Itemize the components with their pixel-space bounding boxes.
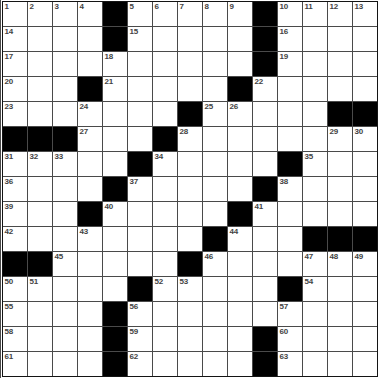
grid-cell[interactable] xyxy=(328,152,352,176)
black-square xyxy=(203,227,227,251)
black-square xyxy=(253,352,277,376)
grid-cell[interactable] xyxy=(203,302,227,326)
grid-cell[interactable]: 14 xyxy=(3,27,27,51)
black-square xyxy=(53,127,77,151)
grid-cell[interactable] xyxy=(178,302,202,326)
black-square xyxy=(328,102,352,126)
grid-cell[interactable] xyxy=(53,277,77,301)
grid-cell[interactable]: 23 xyxy=(3,102,27,126)
grid-cell[interactable] xyxy=(353,302,377,326)
clue-number: 47 xyxy=(305,252,313,262)
grid-cell[interactable] xyxy=(303,352,327,376)
grid-cell[interactable] xyxy=(303,77,327,101)
clue-number: 53 xyxy=(180,277,188,287)
grid-cell[interactable] xyxy=(128,227,152,251)
grid-cell[interactable]: 2 xyxy=(28,2,52,26)
grid-cell[interactable] xyxy=(28,227,52,251)
black-square xyxy=(3,252,27,276)
grid-cell[interactable] xyxy=(228,277,252,301)
black-square xyxy=(103,327,127,351)
black-square xyxy=(103,27,127,51)
grid-cell[interactable] xyxy=(328,202,352,226)
black-square xyxy=(78,77,102,101)
grid-cell[interactable] xyxy=(78,327,102,351)
grid-cell[interactable] xyxy=(328,302,352,326)
black-square xyxy=(28,127,52,151)
grid-cell[interactable]: 38 xyxy=(278,177,302,201)
grid-cell[interactable] xyxy=(78,277,102,301)
grid-cell[interactable]: 15 xyxy=(128,27,152,51)
grid-cell[interactable]: 10 xyxy=(278,2,302,26)
grid-cell[interactable] xyxy=(178,177,202,201)
grid-cell[interactable] xyxy=(353,352,377,376)
grid-cell[interactable]: 12 xyxy=(328,2,352,26)
grid-cell[interactable] xyxy=(53,202,77,226)
grid-cell[interactable] xyxy=(153,77,177,101)
black-square xyxy=(278,152,302,176)
grid-cell[interactable] xyxy=(178,327,202,351)
clue-number: 10 xyxy=(280,2,288,12)
grid-cell[interactable]: 58 xyxy=(3,327,27,351)
grid-cell[interactable] xyxy=(303,27,327,51)
grid-cell[interactable] xyxy=(153,352,177,376)
grid-cell[interactable] xyxy=(128,52,152,76)
clue-number: 36 xyxy=(5,177,13,187)
grid-cell[interactable] xyxy=(178,202,202,226)
clue-number: 1 xyxy=(5,2,9,12)
clue-number: 5 xyxy=(130,2,134,12)
grid-cell[interactable] xyxy=(278,77,302,101)
grid-cell[interactable] xyxy=(353,52,377,76)
black-square xyxy=(278,277,302,301)
grid-cell[interactable]: 61 xyxy=(3,352,27,376)
grid-cell[interactable] xyxy=(128,77,152,101)
grid-cell[interactable] xyxy=(103,127,127,151)
grid-cell[interactable]: 16 xyxy=(278,27,302,51)
grid-cell[interactable]: 18 xyxy=(103,52,127,76)
grid-cell[interactable] xyxy=(278,102,302,126)
clue-number: 62 xyxy=(130,352,138,362)
grid-cell[interactable]: 31 xyxy=(3,152,27,176)
grid-cell[interactable]: 46 xyxy=(203,252,227,276)
grid-cell[interactable] xyxy=(228,352,252,376)
clue-number: 17 xyxy=(5,52,13,62)
grid-cell[interactable] xyxy=(253,227,277,251)
clue-number: 51 xyxy=(30,277,38,287)
clue-number: 2 xyxy=(30,2,34,12)
grid-cell[interactable] xyxy=(28,302,52,326)
grid-cell[interactable] xyxy=(303,102,327,126)
black-square xyxy=(253,2,277,26)
grid-cell[interactable]: 11 xyxy=(303,2,327,26)
grid-cell[interactable]: 48 xyxy=(328,252,352,276)
clue-number: 8 xyxy=(205,2,209,12)
grid-cell[interactable] xyxy=(303,327,327,351)
clue-number: 15 xyxy=(130,27,138,37)
black-square xyxy=(228,202,252,226)
clue-number: 23 xyxy=(5,102,13,112)
grid-cell[interactable] xyxy=(203,152,227,176)
grid-cell[interactable] xyxy=(353,177,377,201)
clue-number: 57 xyxy=(280,302,288,312)
grid-cell[interactable] xyxy=(178,227,202,251)
grid-cell[interactable]: 54 xyxy=(303,277,327,301)
clue-number: 50 xyxy=(5,277,13,287)
black-square xyxy=(253,27,277,51)
grid-cell[interactable] xyxy=(78,152,102,176)
grid-cell[interactable]: 7 xyxy=(178,2,202,26)
grid-cell[interactable]: 33 xyxy=(53,152,77,176)
grid-cell[interactable] xyxy=(353,327,377,351)
grid-cell[interactable] xyxy=(78,177,102,201)
grid-cell[interactable] xyxy=(103,277,127,301)
grid-cell[interactable]: 19 xyxy=(278,52,302,76)
grid-cell[interactable]: 28 xyxy=(178,127,202,151)
grid-cell[interactable] xyxy=(278,227,302,251)
grid-cell[interactable] xyxy=(228,27,252,51)
clue-number: 31 xyxy=(5,152,13,162)
grid-cell[interactable] xyxy=(328,77,352,101)
grid-cell[interactable] xyxy=(153,202,177,226)
grid-cell[interactable] xyxy=(253,102,277,126)
clue-number: 22 xyxy=(255,77,263,87)
grid-cell[interactable] xyxy=(103,227,127,251)
grid-cell[interactable] xyxy=(153,327,177,351)
grid-cell[interactable]: 50 xyxy=(3,277,27,301)
clue-number: 29 xyxy=(330,127,338,137)
clue-number: 46 xyxy=(205,252,213,262)
grid-cell[interactable] xyxy=(228,52,252,76)
black-square xyxy=(328,227,352,251)
black-square xyxy=(128,152,152,176)
grid-cell[interactable] xyxy=(128,102,152,126)
grid-cell[interactable] xyxy=(353,152,377,176)
grid-cell[interactable] xyxy=(278,127,302,151)
clue-number: 52 xyxy=(155,277,163,287)
grid-cell[interactable]: 6 xyxy=(153,2,177,26)
grid-cell[interactable]: 37 xyxy=(128,177,152,201)
grid-cell[interactable] xyxy=(28,77,52,101)
grid-cell[interactable]: 53 xyxy=(178,277,202,301)
grid-cell[interactable] xyxy=(153,52,177,76)
black-square xyxy=(103,177,127,201)
grid-cell[interactable]: 39 xyxy=(3,202,27,226)
clue-number: 4 xyxy=(80,2,84,12)
grid-cell[interactable]: 29 xyxy=(328,127,352,151)
clue-number: 41 xyxy=(255,202,263,212)
grid-cell[interactable] xyxy=(328,27,352,51)
grid-cell[interactable]: 25 xyxy=(203,102,227,126)
grid-cell[interactable]: 9 xyxy=(228,2,252,26)
grid-cell[interactable] xyxy=(53,77,77,101)
clue-number: 54 xyxy=(305,277,313,287)
grid-cell[interactable] xyxy=(303,52,327,76)
crossword-board: 1234567891011121314151617181920212223242… xyxy=(0,0,380,380)
grid-cell[interactable] xyxy=(53,302,77,326)
grid-cell[interactable]: 20 xyxy=(3,77,27,101)
grid-cell[interactable] xyxy=(203,277,227,301)
crossword-grid: 1234567891011121314151617181920212223242… xyxy=(2,1,378,377)
grid-cell[interactable] xyxy=(328,277,352,301)
grid-cell[interactable]: 41 xyxy=(253,202,277,226)
black-square xyxy=(78,202,102,226)
clue-number: 9 xyxy=(230,2,234,12)
grid-cell[interactable] xyxy=(353,77,377,101)
grid-cell[interactable] xyxy=(78,252,102,276)
grid-cell[interactable] xyxy=(53,177,77,201)
grid-cell[interactable] xyxy=(203,27,227,51)
grid-cell[interactable] xyxy=(103,252,127,276)
grid-cell[interactable]: 32 xyxy=(28,152,52,176)
clue-number: 63 xyxy=(280,352,288,362)
clue-number: 6 xyxy=(155,2,159,12)
clue-number: 19 xyxy=(280,52,288,62)
grid-cell[interactable] xyxy=(303,177,327,201)
clue-number: 27 xyxy=(80,127,88,137)
clue-number: 25 xyxy=(205,102,213,112)
grid-cell[interactable]: 62 xyxy=(128,352,152,376)
grid-cell[interactable] xyxy=(278,252,302,276)
clue-number: 42 xyxy=(5,227,13,237)
clue-number: 38 xyxy=(280,177,288,187)
grid-cell[interactable] xyxy=(303,202,327,226)
clue-number: 39 xyxy=(5,202,13,212)
grid-cell[interactable]: 1 xyxy=(3,2,27,26)
grid-cell[interactable] xyxy=(128,202,152,226)
grid-cell[interactable] xyxy=(53,52,77,76)
grid-cell[interactable] xyxy=(353,27,377,51)
grid-cell[interactable] xyxy=(178,77,202,101)
grid-cell[interactable] xyxy=(28,102,52,126)
grid-cell[interactable] xyxy=(153,102,177,126)
grid-cell[interactable]: 59 xyxy=(128,327,152,351)
grid-cell[interactable]: 3 xyxy=(53,2,77,26)
grid-cell[interactable] xyxy=(253,302,277,326)
grid-cell[interactable] xyxy=(153,302,177,326)
grid-cell[interactable] xyxy=(203,202,227,226)
grid-cell[interactable]: 42 xyxy=(3,227,27,251)
clue-number: 40 xyxy=(105,202,113,212)
grid-cell[interactable]: 30 xyxy=(353,127,377,151)
grid-cell[interactable] xyxy=(328,177,352,201)
black-square xyxy=(353,227,377,251)
clue-number: 35 xyxy=(305,152,313,162)
black-square xyxy=(103,302,127,326)
clue-number: 13 xyxy=(355,2,363,12)
clue-number: 56 xyxy=(130,302,138,312)
grid-cell[interactable]: 27 xyxy=(78,127,102,151)
clue-number: 16 xyxy=(280,27,288,37)
clue-number: 26 xyxy=(230,102,238,112)
black-square xyxy=(178,102,202,126)
grid-cell[interactable] xyxy=(228,252,252,276)
black-square xyxy=(303,227,327,251)
grid-cell[interactable]: 21 xyxy=(103,77,127,101)
clue-number: 18 xyxy=(105,52,113,62)
grid-cell[interactable] xyxy=(28,52,52,76)
grid-cell[interactable] xyxy=(203,177,227,201)
grid-cell[interactable] xyxy=(228,327,252,351)
clue-number: 58 xyxy=(5,327,13,337)
grid-cell[interactable] xyxy=(228,302,252,326)
clue-number: 7 xyxy=(180,2,184,12)
grid-cell[interactable] xyxy=(28,327,52,351)
grid-cell[interactable]: 63 xyxy=(278,352,302,376)
clue-number: 60 xyxy=(280,327,288,337)
clue-number: 34 xyxy=(155,152,163,162)
grid-cell[interactable] xyxy=(28,202,52,226)
grid-cell[interactable] xyxy=(353,202,377,226)
grid-cell[interactable] xyxy=(53,352,77,376)
grid-cell[interactable] xyxy=(228,177,252,201)
grid-cell[interactable]: 40 xyxy=(103,202,127,226)
grid-cell[interactable] xyxy=(303,302,327,326)
grid-cell[interactable] xyxy=(153,252,177,276)
black-square xyxy=(253,177,277,201)
grid-cell[interactable] xyxy=(178,152,202,176)
grid-cell[interactable]: 5 xyxy=(128,2,152,26)
clue-number: 45 xyxy=(55,252,63,262)
clue-number: 44 xyxy=(230,227,238,237)
black-square xyxy=(153,127,177,151)
grid-cell[interactable] xyxy=(253,252,277,276)
clue-number: 20 xyxy=(5,77,13,87)
grid-cell[interactable] xyxy=(228,152,252,176)
clue-number: 43 xyxy=(80,227,88,237)
grid-cell[interactable]: 26 xyxy=(228,102,252,126)
clue-number: 11 xyxy=(305,2,313,12)
grid-cell[interactable] xyxy=(353,277,377,301)
window-edge-line xyxy=(0,0,1,378)
grid-cell[interactable] xyxy=(328,352,352,376)
grid-cell[interactable] xyxy=(328,327,352,351)
clue-number: 24 xyxy=(80,102,88,112)
grid-cell[interactable] xyxy=(253,127,277,151)
grid-cell[interactable] xyxy=(53,227,77,251)
grid-cell[interactable] xyxy=(53,102,77,126)
black-square xyxy=(253,327,277,351)
clue-number: 48 xyxy=(330,252,338,262)
grid-cell[interactable]: 52 xyxy=(153,277,177,301)
grid-cell[interactable] xyxy=(203,327,227,351)
clue-number: 49 xyxy=(355,252,363,262)
clue-number: 33 xyxy=(55,152,63,162)
grid-cell[interactable] xyxy=(203,52,227,76)
clue-number: 3 xyxy=(55,2,59,12)
grid-cell[interactable] xyxy=(303,127,327,151)
grid-cell[interactable] xyxy=(28,352,52,376)
black-square xyxy=(103,2,127,26)
black-square xyxy=(103,352,127,376)
grid-cell[interactable]: 17 xyxy=(3,52,27,76)
grid-cell[interactable]: 57 xyxy=(278,302,302,326)
black-square xyxy=(353,102,377,126)
grid-cell[interactable]: 13 xyxy=(353,2,377,26)
grid-cell[interactable] xyxy=(278,202,302,226)
grid-cell[interactable] xyxy=(178,52,202,76)
grid-cell[interactable]: 49 xyxy=(353,252,377,276)
grid-cell[interactable]: 8 xyxy=(203,2,227,26)
grid-cell[interactable] xyxy=(153,227,177,251)
clue-number: 32 xyxy=(30,152,38,162)
clue-number: 55 xyxy=(5,302,13,312)
grid-cell[interactable]: 45 xyxy=(53,252,77,276)
grid-cell[interactable]: 34 xyxy=(153,152,177,176)
black-square xyxy=(128,277,152,301)
clue-number: 12 xyxy=(330,2,338,12)
grid-cell[interactable] xyxy=(78,27,102,51)
grid-cell[interactable]: 47 xyxy=(303,252,327,276)
grid-cell[interactable]: 36 xyxy=(3,177,27,201)
grid-cell[interactable]: 4 xyxy=(78,2,102,26)
grid-cell[interactable]: 43 xyxy=(78,227,102,251)
grid-cell[interactable] xyxy=(253,277,277,301)
grid-cell[interactable] xyxy=(78,52,102,76)
black-square xyxy=(228,77,252,101)
grid-cell[interactable] xyxy=(203,77,227,101)
grid-cell[interactable] xyxy=(103,102,127,126)
black-square xyxy=(3,127,27,151)
black-square xyxy=(178,252,202,276)
grid-cell[interactable] xyxy=(178,352,202,376)
grid-cell[interactable] xyxy=(78,352,102,376)
clue-number: 28 xyxy=(180,127,188,137)
grid-cell[interactable]: 35 xyxy=(303,152,327,176)
clue-number: 30 xyxy=(355,127,363,137)
grid-cell[interactable] xyxy=(253,152,277,176)
clue-number: 61 xyxy=(5,352,13,362)
clue-number: 37 xyxy=(130,177,138,187)
clue-number: 14 xyxy=(5,27,13,37)
grid-cell[interactable] xyxy=(328,52,352,76)
grid-cell[interactable]: 60 xyxy=(278,327,302,351)
grid-cell[interactable] xyxy=(203,127,227,151)
clue-number: 59 xyxy=(130,327,138,337)
grid-cell[interactable]: 55 xyxy=(3,302,27,326)
grid-cell[interactable] xyxy=(178,27,202,51)
grid-cell[interactable] xyxy=(28,177,52,201)
grid-cell[interactable]: 56 xyxy=(128,302,152,326)
grid-cell[interactable] xyxy=(228,127,252,151)
grid-cell[interactable] xyxy=(203,352,227,376)
black-square xyxy=(253,52,277,76)
grid-cell[interactable]: 44 xyxy=(228,227,252,251)
grid-cell[interactable] xyxy=(153,177,177,201)
grid-cell[interactable] xyxy=(78,302,102,326)
black-square xyxy=(28,252,52,276)
grid-cell[interactable] xyxy=(153,27,177,51)
grid-cell[interactable] xyxy=(128,252,152,276)
grid-cell[interactable] xyxy=(103,152,127,176)
grid-cell[interactable]: 24 xyxy=(78,102,102,126)
grid-cell[interactable] xyxy=(53,27,77,51)
grid-cell[interactable]: 22 xyxy=(253,77,277,101)
grid-cell[interactable] xyxy=(128,127,152,151)
grid-cell[interactable] xyxy=(28,27,52,51)
grid-cell[interactable] xyxy=(53,327,77,351)
clue-number: 21 xyxy=(105,77,113,87)
grid-cell[interactable]: 51 xyxy=(28,277,52,301)
